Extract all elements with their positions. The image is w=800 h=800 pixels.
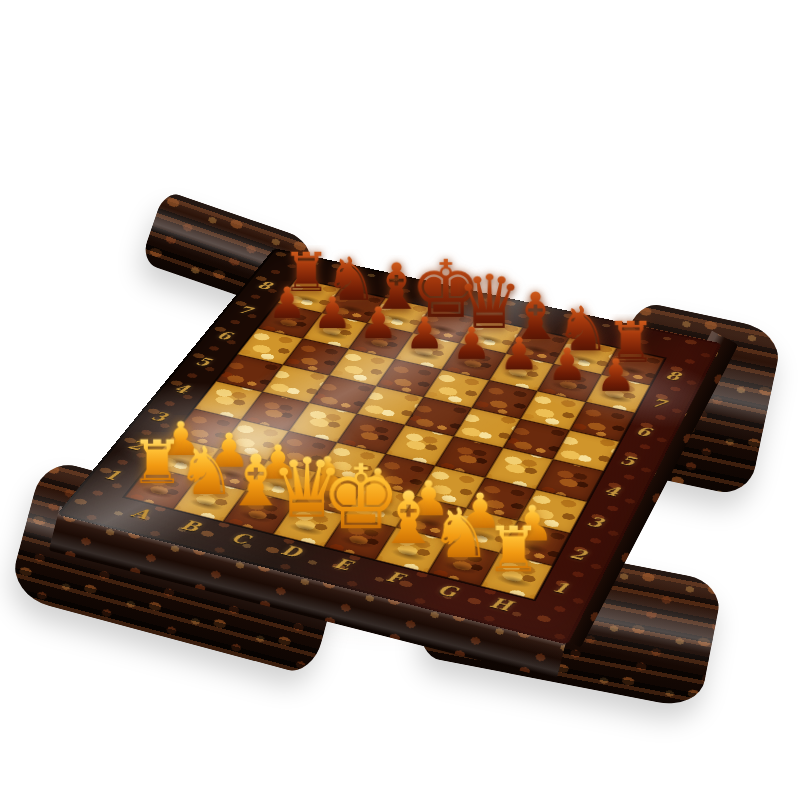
rank-label-right-3: 3 [585, 514, 605, 530]
rank-label-right-7: 7 [649, 396, 668, 410]
rank-label-left-6: 6 [214, 329, 234, 342]
rank-label-left-1: 1 [101, 468, 123, 483]
file-label-d: D [278, 543, 304, 560]
rank-label-right-2: 2 [568, 546, 589, 562]
piece-white-rook-h1[interactable]: ♜ [477, 518, 551, 581]
rank-label-right-5: 5 [618, 453, 638, 468]
file-label-g: G [435, 582, 460, 599]
rank-label-right-1: 1 [550, 579, 571, 596]
file-label-a: A [129, 505, 153, 521]
rank-label-left-5: 5 [193, 355, 213, 368]
rank-label-left-7: 7 [235, 304, 255, 316]
rank-label-right-6: 6 [634, 424, 653, 438]
file-label-h: H [487, 595, 514, 613]
file-label-e: E [331, 556, 354, 573]
amber-chess-set-photo: ♜♞♝♚♛♝♞♜♟♟♟♟♟♟♟♟♟♟♟♟♟♟♟♟♜♞♝♛♚♝♞♜ 1234567… [0, 0, 800, 800]
rank-label-right-4: 4 [602, 483, 622, 498]
rank-label-left-4: 4 [171, 382, 192, 395]
file-label-c: C [228, 530, 252, 546]
file-label-f: F [384, 569, 406, 586]
rank-label-right-8: 8 [664, 369, 683, 382]
file-label-b: B [178, 518, 203, 534]
piece-black-pawn-h7[interactable]: ♟ [582, 352, 649, 397]
